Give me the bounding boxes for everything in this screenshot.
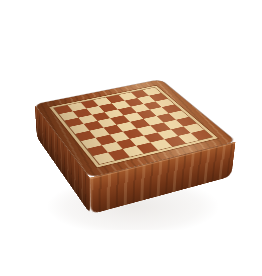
perspective-wrapper: ♜♞♝♛♚♝♞♜♟♟♟♟♟♟♟♟♟♟♟♟♟♟♟♟♜♞♝♛♚♝♞♜: [0, 0, 262, 276]
product-photo-stage: ♜♞♝♛♚♝♞♜♟♟♟♟♟♟♟♟♟♟♟♟♟♟♟♟♜♞♝♛♚♝♞♜: [0, 0, 262, 276]
chess-box: ♜♞♝♛♚♝♞♜♟♟♟♟♟♟♟♟♟♟♟♟♟♟♟♟♜♞♝♛♚♝♞♜: [35, 80, 236, 178]
